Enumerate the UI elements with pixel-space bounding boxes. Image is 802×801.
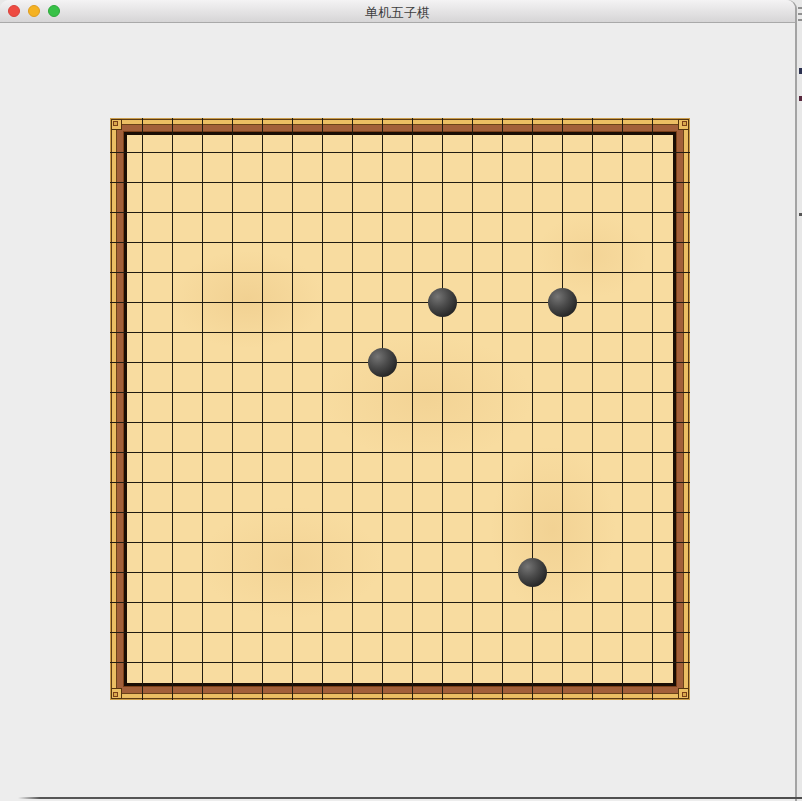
edge-dash (798, 7, 802, 9)
black-stone (548, 288, 577, 317)
edge-dash (798, 19, 802, 21)
frame-corner-ornament-bl (111, 688, 122, 699)
grid-line-horizontal (110, 632, 690, 633)
grid-line-horizontal (110, 392, 690, 393)
grid-line-horizontal (110, 512, 690, 513)
background-window-sliver (797, 0, 802, 801)
grid-line-horizontal (110, 302, 690, 303)
grid-line-vertical (232, 118, 233, 700)
grid-line-horizontal (110, 602, 690, 603)
grid-line-horizontal (110, 422, 690, 423)
grid-line-horizontal (110, 242, 690, 243)
grid-line-horizontal (110, 482, 690, 483)
frame-corner-ornament-tr (678, 119, 689, 130)
frame-corner-ornament-tl (111, 119, 122, 130)
grid-line-vertical (142, 118, 143, 700)
frame-corner-ornament-br (678, 688, 689, 699)
edge-dash (798, 13, 802, 15)
grid-line-vertical (292, 118, 293, 700)
grid-line-vertical (172, 118, 173, 700)
board-frame (110, 118, 690, 700)
grid-line-vertical (412, 118, 413, 700)
grid-line-vertical (442, 118, 443, 700)
black-stone (518, 558, 547, 587)
grid-line-horizontal (110, 662, 690, 663)
grid-line-horizontal (110, 572, 690, 573)
grid-line-vertical (532, 118, 533, 700)
window-title: 单机五子棋 (0, 4, 795, 22)
grid-line-horizontal (110, 362, 690, 363)
grid-line-vertical (352, 118, 353, 700)
grid-line-vertical (322, 118, 323, 700)
background-window-bottom-edge (0, 797, 802, 799)
grid-line-horizontal (110, 332, 690, 333)
grid-line-vertical (382, 118, 383, 700)
window-titlebar[interactable]: 单机五子棋 (0, 0, 795, 23)
board-grid[interactable] (110, 118, 690, 700)
grid-line-horizontal (110, 152, 690, 153)
grid-line-vertical (472, 118, 473, 700)
grid-line-horizontal (110, 542, 690, 543)
grid-line-horizontal (110, 212, 690, 213)
grid-line-vertical (592, 118, 593, 700)
grid-line-horizontal (110, 452, 690, 453)
grid-line-vertical (262, 118, 263, 700)
black-stone (428, 288, 457, 317)
grid-line-vertical (652, 118, 653, 700)
grid-line-vertical (202, 118, 203, 700)
grid-line-vertical (562, 118, 563, 700)
grid-line-vertical (622, 118, 623, 700)
gomoku-window: 单机五子棋 (0, 0, 797, 801)
grid-line-horizontal (110, 272, 690, 273)
grid-line-horizontal (110, 182, 690, 183)
black-stone (368, 348, 397, 377)
grid-line-vertical (502, 118, 503, 700)
